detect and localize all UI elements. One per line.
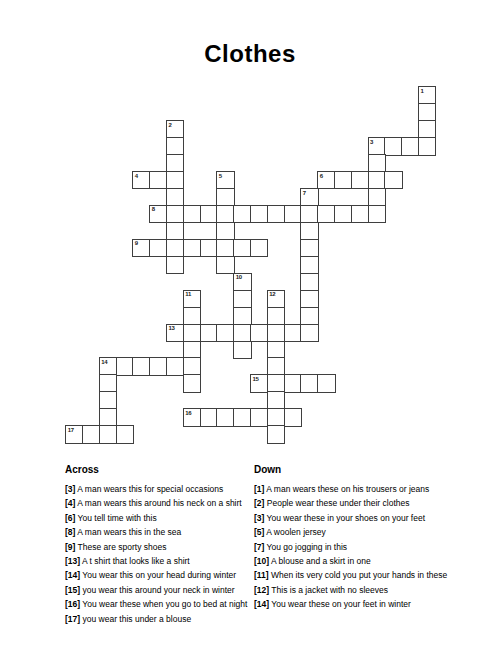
grid-cell-r1c21[interactable] <box>418 103 436 121</box>
clue-number: 12 <box>269 291 275 297</box>
clue-down-3: [3] You wear these in your shoes on your… <box>254 513 450 523</box>
grid-cell-r14c14[interactable] <box>300 324 318 342</box>
grid-cell-r3c6[interactable] <box>166 137 184 155</box>
clue-number-label: [3] <box>254 513 264 523</box>
grid-cell-r13c14[interactable] <box>300 307 318 325</box>
grid-cell-r12c10[interactable] <box>233 290 251 308</box>
clue-down-7: [7] You go jogging in this <box>254 542 450 552</box>
grid-cell-r20c2[interactable] <box>99 425 117 443</box>
clue-across-3: [3] A man wears this for special occasio… <box>65 484 255 494</box>
clue-number-label: [12] <box>254 585 269 595</box>
grid-cell-r7c10[interactable] <box>233 205 251 223</box>
clue-across-15: [15] you wear this around your neck in w… <box>65 585 255 595</box>
grid-cell-r9c7[interactable] <box>183 239 201 257</box>
grid-cell-r16c7[interactable] <box>183 357 201 375</box>
clue-number-label: [13] <box>65 556 80 566</box>
grid-cell-r8c14[interactable] <box>300 222 318 240</box>
crossword-grid: 1234567891011121314151617 <box>66 87 436 443</box>
clue-number-label: [15] <box>65 585 80 595</box>
grid-cell-r14c9[interactable] <box>216 324 234 342</box>
grid-cell-r19c12[interactable] <box>267 408 285 426</box>
grid-cell-r7c6[interactable] <box>166 205 184 223</box>
clue-number: 13 <box>168 325 174 331</box>
down-clues-section: Down [1] A man wears these on his trouse… <box>254 464 450 614</box>
grid-cell-r15c10[interactable] <box>233 341 251 359</box>
clue-across-17: [17] you wear this under a blouse <box>65 614 255 624</box>
clue-across-16: [16] You wear these when you go to bed a… <box>65 599 255 609</box>
grid-cell-r10c9[interactable] <box>216 256 234 274</box>
clue-across-8: [8] A man wears this in the sea <box>65 527 255 537</box>
across-header: Across <box>65 464 255 475</box>
grid-cell-r5c4[interactable]: 4 <box>132 171 150 189</box>
grid-cell-r13c10[interactable] <box>233 307 251 325</box>
grid-cell-r20c1[interactable] <box>82 425 100 443</box>
grid-cell-r20c12[interactable] <box>267 425 285 443</box>
clue-number: 7 <box>303 190 306 196</box>
clue-across-13: [13] A t shirt that looks like a shirt <box>65 556 255 566</box>
grid-cell-r5c17[interactable] <box>351 171 369 189</box>
grid-cell-r16c12[interactable] <box>267 357 285 375</box>
clue-number-label: [5] <box>254 527 264 537</box>
clue-number-label: [1] <box>254 484 264 494</box>
grid-cell-r16c2[interactable]: 14 <box>99 357 117 375</box>
clue-number: 1 <box>420 88 423 94</box>
clue-down-11: [11] When its very cold you put your han… <box>254 570 450 580</box>
grid-cell-r2c21[interactable] <box>418 120 436 138</box>
grid-cell-r15c7[interactable] <box>183 341 201 359</box>
grid-cell-r13c12[interactable] <box>267 307 285 325</box>
clue-number: 14 <box>101 359 107 365</box>
grid-cell-r17c12[interactable] <box>267 374 285 392</box>
grid-cell-r17c13[interactable] <box>284 374 302 392</box>
clue-number-label: [9] <box>65 542 75 552</box>
clue-number-label: [8] <box>65 527 75 537</box>
grid-cell-r18c12[interactable] <box>267 391 285 409</box>
grid-cell-r19c8[interactable] <box>200 408 218 426</box>
grid-cell-r14c6[interactable]: 13 <box>166 324 184 342</box>
down-header: Down <box>254 464 450 475</box>
grid-cell-r12c14[interactable] <box>300 290 318 308</box>
clue-number: 2 <box>168 122 171 128</box>
grid-cell-r5c9[interactable]: 5 <box>216 171 234 189</box>
clue-down-10: [10] A blouse and a skirt in one <box>254 556 450 566</box>
page-title: Clothes <box>0 40 500 68</box>
grid-cell-r20c3[interactable] <box>116 425 134 443</box>
down-clue-list: [1] A man wears these on his trousers or… <box>254 484 450 609</box>
across-clue-list: [3] A man wears this for special occasio… <box>65 484 255 624</box>
clue-number-label: [14] <box>65 570 80 580</box>
clue-number-label: [10] <box>254 556 269 566</box>
clue-down-2: [2] People wear these under their clothe… <box>254 498 450 508</box>
grid-cell-r3c18[interactable]: 3 <box>368 137 386 155</box>
clue-number-label: [6] <box>65 513 75 523</box>
clue-number-label: [3] <box>65 484 75 494</box>
grid-cell-r5c15[interactable]: 6 <box>317 171 335 189</box>
grid-cell-r6c18[interactable] <box>368 188 386 206</box>
clue-number: 3 <box>370 139 373 145</box>
clue-across-14: [14] You wear this on your head during w… <box>65 570 255 580</box>
grid-cell-r12c7[interactable]: 11 <box>183 290 201 308</box>
grid-cell-r7c11[interactable] <box>250 205 268 223</box>
grid-cell-r18c2[interactable] <box>99 391 117 409</box>
grid-cell-r5c16[interactable] <box>334 171 352 189</box>
clue-number: 15 <box>252 376 258 382</box>
grid-cell-r14c13[interactable] <box>284 324 302 342</box>
grid-cell-r16c5[interactable] <box>149 357 167 375</box>
clue-number: 6 <box>320 173 323 179</box>
clue-number: 4 <box>135 173 138 179</box>
grid-cell-r14c7[interactable] <box>183 324 201 342</box>
grid-cell-r5c19[interactable] <box>384 171 402 189</box>
clue-number: 5 <box>219 173 222 179</box>
clue-number: 9 <box>135 240 138 246</box>
grid-cell-r16c4[interactable] <box>132 357 150 375</box>
clue-number: 8 <box>152 206 155 212</box>
clue-down-14: [14] You wear these on your feet in wint… <box>254 599 450 609</box>
grid-cell-r9c5[interactable] <box>149 239 167 257</box>
grid-cell-r17c15[interactable] <box>317 374 335 392</box>
grid-cell-r9c4[interactable]: 9 <box>132 239 150 257</box>
grid-cell-r9c8[interactable] <box>200 239 218 257</box>
clue-down-12: [12] This is a jacket with no sleeves <box>254 585 450 595</box>
grid-cell-r11c10[interactable]: 10 <box>233 273 251 291</box>
grid-cell-r17c7[interactable] <box>183 374 201 392</box>
grid-cell-r9c6[interactable] <box>166 239 184 257</box>
grid-cell-r7c5[interactable]: 8 <box>149 205 167 223</box>
grid-cell-r9c10[interactable] <box>233 239 251 257</box>
grid-cell-r9c9[interactable] <box>216 239 234 257</box>
grid-cell-r2c6[interactable]: 2 <box>166 120 184 138</box>
grid-cell-r8c9[interactable] <box>216 222 234 240</box>
grid-cell-r14c12[interactable] <box>267 324 285 342</box>
clue-number: 11 <box>185 291 191 297</box>
grid-cell-r12c12[interactable]: 12 <box>267 290 285 308</box>
clue-number-label: [4] <box>65 498 75 508</box>
grid-cell-r7c9[interactable] <box>216 205 234 223</box>
grid-cell-r4c6[interactable] <box>166 154 184 172</box>
clue-number-label: [2] <box>254 498 264 508</box>
clue-number-label: [17] <box>65 614 80 624</box>
grid-cell-r13c7[interactable] <box>183 307 201 325</box>
grid-cell-r17c14[interactable] <box>300 374 318 392</box>
grid-cell-r19c9[interactable] <box>216 408 234 426</box>
grid-cell-r7c12[interactable] <box>267 205 285 223</box>
grid-cell-r7c16[interactable] <box>334 205 352 223</box>
grid-cell-r5c18[interactable] <box>368 171 386 189</box>
grid-cell-r11c14[interactable] <box>300 273 318 291</box>
clue-down-1: [1] A man wears these on his trousers or… <box>254 484 450 494</box>
grid-cell-r10c6[interactable] <box>166 256 184 274</box>
grid-cell-r6c14[interactable]: 7 <box>300 188 318 206</box>
clue-across-6: [6] You tell time with this <box>65 513 255 523</box>
grid-cell-r19c11[interactable] <box>250 408 268 426</box>
grid-cell-r17c11[interactable]: 15 <box>250 374 268 392</box>
grid-cell-r16c6[interactable] <box>166 357 184 375</box>
clue-number: 17 <box>68 427 74 433</box>
grid-cell-r9c11[interactable] <box>250 239 268 257</box>
grid-cell-r7c17[interactable] <box>351 205 369 223</box>
grid-cell-r5c5[interactable] <box>149 171 167 189</box>
grid-cell-r3c20[interactable] <box>401 137 419 155</box>
grid-cell-r6c6[interactable] <box>166 188 184 206</box>
grid-cell-r7c14[interactable] <box>300 205 318 223</box>
grid-cell-r14c11[interactable] <box>250 324 268 342</box>
grid-cell-r8c6[interactable] <box>166 222 184 240</box>
clue-number-label: [14] <box>254 599 269 609</box>
grid-cell-r14c8[interactable] <box>200 324 218 342</box>
grid-cell-r7c7[interactable] <box>183 205 201 223</box>
grid-cell-r17c2[interactable] <box>99 374 117 392</box>
grid-cell-r5c6[interactable] <box>166 171 184 189</box>
clue-across-4: [4] A man wears this around his neck on … <box>65 498 255 508</box>
grid-cell-r19c7[interactable]: 16 <box>183 408 201 426</box>
grid-cell-r16c3[interactable] <box>116 357 134 375</box>
clue-number-label: [16] <box>65 599 80 609</box>
grid-cell-r14c10[interactable] <box>233 324 251 342</box>
grid-cell-r3c19[interactable] <box>384 137 402 155</box>
grid-cell-r19c2[interactable] <box>99 408 117 426</box>
grid-cell-r6c9[interactable] <box>216 188 234 206</box>
grid-cell-r19c13[interactable] <box>284 408 302 426</box>
clue-number: 16 <box>185 410 191 416</box>
grid-cell-r7c13[interactable] <box>284 205 302 223</box>
clue-number: 10 <box>236 274 242 280</box>
clue-down-5: [5] A woolen jersey <box>254 527 450 537</box>
grid-cell-r7c15[interactable] <box>317 205 335 223</box>
clue-number-label: [7] <box>254 542 264 552</box>
grid-cell-r9c14[interactable] <box>300 239 318 257</box>
grid-cell-r20c0[interactable]: 17 <box>65 425 83 443</box>
clue-across-9: [9] These are sporty shoes <box>65 542 255 552</box>
across-clues-section: Across [3] A man wears this for special … <box>65 464 255 628</box>
grid-cell-r19c10[interactable] <box>233 408 251 426</box>
grid-cell-r10c14[interactable] <box>300 256 318 274</box>
grid-cell-r4c18[interactable] <box>368 154 386 172</box>
grid-cell-r7c8[interactable] <box>200 205 218 223</box>
clue-number-label: [11] <box>254 570 269 580</box>
grid-cell-r0c21[interactable]: 1 <box>418 86 436 104</box>
grid-cell-r3c21[interactable] <box>418 137 436 155</box>
grid-cell-r15c12[interactable] <box>267 341 285 359</box>
grid-cell-r7c18[interactable] <box>368 205 386 223</box>
